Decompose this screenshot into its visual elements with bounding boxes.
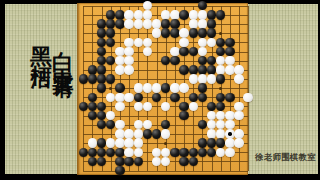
go-stone-black — [207, 65, 216, 74]
go-stone-black — [179, 10, 188, 19]
go-stone-white — [134, 10, 143, 19]
go-stone-white — [234, 111, 243, 120]
go-stone-white — [124, 138, 133, 147]
go-stone-white — [161, 148, 170, 157]
go-stone-white — [134, 120, 143, 129]
go-stone-white — [115, 129, 124, 138]
go-stone-black — [115, 166, 124, 175]
go-stone-white — [189, 10, 198, 19]
go-stone-white — [198, 10, 207, 19]
go-stone-white — [115, 47, 124, 56]
go-stone-white — [115, 138, 124, 147]
go-stone-black — [216, 38, 225, 47]
go-stone-white — [234, 102, 243, 111]
go-stone-white — [216, 65, 225, 74]
go-stone-white — [134, 138, 143, 147]
go-stone-white — [207, 120, 216, 129]
star-point — [219, 87, 222, 90]
go-stone-white — [143, 38, 152, 47]
go-stone-white — [143, 1, 152, 10]
go-stone-black — [207, 56, 216, 65]
go-stone-white — [234, 138, 243, 147]
go-stone-white — [106, 93, 115, 102]
go-stone-black — [198, 148, 207, 157]
go-stone-black — [152, 129, 161, 138]
go-stone-white — [243, 93, 252, 102]
go-stone-black — [106, 38, 115, 47]
go-stone-black — [88, 93, 97, 102]
go-stone-black — [189, 157, 198, 166]
go-stone-white — [134, 83, 143, 92]
video-frame: 黑 柯洁 白 申真谞 徐老师围棋教室 — [0, 0, 320, 180]
go-stone-white — [225, 129, 234, 138]
go-stone-black — [161, 120, 170, 129]
go-stone-black — [97, 74, 106, 83]
go-stone-white — [161, 10, 170, 19]
go-stone-white — [170, 47, 179, 56]
go-stone-white — [124, 10, 133, 19]
go-stone-white — [207, 74, 216, 83]
go-stone-black — [225, 93, 234, 102]
go-stone-white — [161, 102, 170, 111]
go-stone-white — [115, 56, 124, 65]
star-point — [164, 142, 167, 145]
go-stone-white — [143, 47, 152, 56]
go-stone-black — [198, 93, 207, 102]
go-stone-white — [225, 111, 234, 120]
go-stone-black — [115, 157, 124, 166]
go-stone-black — [88, 74, 97, 83]
go-stone-black — [106, 19, 115, 28]
go-stone-white — [124, 65, 133, 74]
go-stone-white — [134, 129, 143, 138]
go-stone-black — [88, 157, 97, 166]
go-stone-black — [170, 19, 179, 28]
go-stone-white — [115, 65, 124, 74]
go-stone-white — [152, 83, 161, 92]
go-stone-white — [143, 102, 152, 111]
go-stone-white — [207, 129, 216, 138]
go-stone-black — [106, 120, 115, 129]
star-point — [219, 32, 222, 35]
go-stone-black — [198, 56, 207, 65]
go-stone-black — [106, 148, 115, 157]
go-stone-white — [124, 93, 133, 102]
go-stone-black — [115, 83, 124, 92]
go-stone-black — [88, 102, 97, 111]
go-stone-white — [88, 138, 97, 147]
go-stone-black — [161, 28, 170, 37]
go-stone-white — [225, 120, 234, 129]
go-stone-black — [124, 157, 133, 166]
go-stone-white — [170, 83, 179, 92]
last-move-marker — [228, 132, 231, 135]
go-stone-black — [189, 28, 198, 37]
go-stone-white — [189, 74, 198, 83]
go-stone-black — [170, 93, 179, 102]
go-stone-black — [179, 65, 188, 74]
go-stone-black — [88, 65, 97, 74]
go-stone-white — [143, 120, 152, 129]
go-stone-white — [152, 28, 161, 37]
go-stone-white — [198, 74, 207, 83]
go-stone-black — [152, 93, 161, 102]
go-stone-white — [225, 56, 234, 65]
go-stone-white — [115, 93, 124, 102]
go-stone-black — [97, 83, 106, 92]
go-stone-white — [225, 65, 234, 74]
star-point — [109, 87, 112, 90]
go-stone-white — [216, 56, 225, 65]
go-stone-white — [124, 47, 133, 56]
go-stone-black — [134, 157, 143, 166]
go-stone-black — [198, 1, 207, 10]
go-stone-white — [207, 111, 216, 120]
go-stone-black — [207, 28, 216, 37]
go-stone-white — [143, 10, 152, 19]
black-player-caption: 黑 柯洁 — [30, 29, 52, 54]
go-stone-black — [179, 157, 188, 166]
go-board — [77, 3, 248, 175]
go-stone-black — [79, 74, 88, 83]
go-stone-black — [106, 28, 115, 37]
go-stone-black — [216, 93, 225, 102]
go-stone-black — [97, 47, 106, 56]
go-stone-black — [97, 102, 106, 111]
go-stone-black — [106, 56, 115, 65]
go-stone-white — [143, 83, 152, 92]
go-stone-white — [234, 74, 243, 83]
go-stone-white — [134, 102, 143, 111]
go-stone-black — [79, 148, 88, 157]
go-stone-black — [189, 148, 198, 157]
grid-line-horizontal — [83, 171, 248, 172]
go-stone-black — [115, 148, 124, 157]
go-stone-black — [198, 65, 207, 74]
go-stone-black — [179, 111, 188, 120]
go-stone-black — [97, 120, 106, 129]
letterbox-left — [0, 0, 5, 180]
go-stone-black — [216, 74, 225, 83]
go-stone-white — [134, 148, 143, 157]
go-stone-black — [189, 93, 198, 102]
go-stone-white — [189, 19, 198, 28]
go-stone-black — [198, 138, 207, 147]
go-stone-white — [152, 148, 161, 157]
go-stone-white — [106, 111, 115, 120]
go-stone-white — [216, 148, 225, 157]
go-stone-black — [179, 102, 188, 111]
go-stone-black — [115, 10, 124, 19]
go-stone-white — [216, 111, 225, 120]
go-stone-black — [115, 19, 124, 28]
go-stone-black — [207, 19, 216, 28]
go-stone-black — [189, 65, 198, 74]
go-stone-black — [88, 111, 97, 120]
go-stone-black — [161, 19, 170, 28]
go-stone-black — [97, 28, 106, 37]
go-stone-black — [170, 148, 179, 157]
go-stone-black — [216, 10, 225, 19]
go-stone-white — [198, 19, 207, 28]
go-stone-black — [106, 74, 115, 83]
go-stone-white — [216, 129, 225, 138]
go-stone-black — [225, 38, 234, 47]
go-stone-white — [234, 65, 243, 74]
white-player-name: 申真谞 — [51, 52, 75, 64]
go-stone-white — [124, 38, 133, 47]
go-stone-black — [97, 111, 106, 120]
go-stone-white — [234, 129, 243, 138]
grid-line-vertical — [248, 6, 249, 171]
go-stone-black — [97, 38, 106, 47]
go-stone-black — [97, 65, 106, 74]
watermark-text: 徐老师围棋教室 — [255, 152, 317, 164]
go-stone-black — [134, 93, 143, 102]
go-stone-white — [115, 102, 124, 111]
go-stone-white — [170, 10, 179, 19]
go-stone-black — [207, 102, 216, 111]
go-stone-white — [179, 38, 188, 47]
go-stone-white — [198, 47, 207, 56]
go-stone-black — [216, 102, 225, 111]
go-stone-black — [106, 10, 115, 19]
go-stone-black — [189, 47, 198, 56]
go-stone-white — [124, 129, 133, 138]
go-stone-white — [124, 148, 133, 157]
go-stone-white — [115, 120, 124, 129]
go-stone-black — [179, 47, 188, 56]
go-stone-black — [97, 148, 106, 157]
go-stone-white — [134, 19, 143, 28]
go-stone-white — [143, 19, 152, 28]
go-stone-black — [88, 148, 97, 157]
go-stone-black — [170, 28, 179, 37]
go-stone-black — [225, 47, 234, 56]
go-stone-black — [161, 56, 170, 65]
go-stone-white — [225, 148, 234, 157]
go-stone-white — [124, 56, 133, 65]
go-stone-black — [198, 83, 207, 92]
go-stone-white — [152, 19, 161, 28]
go-stone-black — [97, 56, 106, 65]
go-stone-black — [79, 102, 88, 111]
go-stone-white — [216, 120, 225, 129]
black-player-name: 柯洁 — [29, 48, 53, 54]
go-stone-black — [97, 157, 106, 166]
go-stone-black — [170, 56, 179, 65]
go-stone-white — [179, 83, 188, 92]
go-stone-black — [97, 138, 106, 147]
go-stone-black — [216, 138, 225, 147]
go-stone-white — [124, 19, 133, 28]
go-stone-white — [189, 102, 198, 111]
go-stone-white — [198, 38, 207, 47]
go-stone-black — [198, 120, 207, 129]
go-stone-white — [207, 38, 216, 47]
white-player-caption: 白 申真谞 — [52, 33, 74, 64]
go-stone-black — [97, 19, 106, 28]
go-stone-white — [225, 138, 234, 147]
go-stone-black — [207, 10, 216, 19]
go-stone-black — [161, 83, 170, 92]
go-stone-black — [179, 148, 188, 157]
go-stone-black — [216, 47, 225, 56]
go-stone-black — [207, 148, 216, 157]
go-stone-white — [161, 129, 170, 138]
go-stone-white — [179, 28, 188, 37]
go-stone-black — [207, 138, 216, 147]
go-stone-white — [161, 157, 170, 166]
go-stone-black — [198, 28, 207, 37]
go-stone-white — [106, 138, 115, 147]
go-stone-black — [143, 129, 152, 138]
go-stone-white — [152, 157, 161, 166]
go-stone-white — [134, 38, 143, 47]
